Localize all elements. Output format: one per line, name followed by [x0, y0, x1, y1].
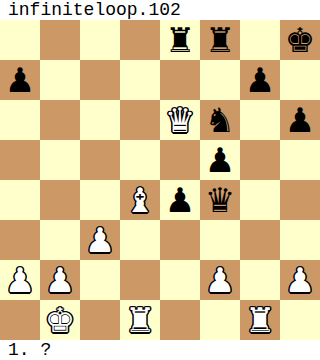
square-g4[interactable] — [240, 180, 280, 220]
square-c1[interactable] — [80, 300, 120, 340]
square-f4[interactable]: ♛ — [200, 180, 240, 220]
chess-puzzle-screen: infiniteloop.102 ♜♜♚♟♟♛♞♟♟♝♟♛♟♟♟♟♟♚♜♜ 1.… — [0, 0, 320, 360]
square-c8[interactable] — [80, 20, 120, 60]
square-c3[interactable]: ♟ — [80, 220, 120, 260]
square-f2[interactable]: ♟ — [200, 260, 240, 300]
white-bishop-d4: ♝ — [125, 180, 155, 220]
square-b6[interactable] — [40, 100, 80, 140]
square-b7[interactable] — [40, 60, 80, 100]
square-h6[interactable]: ♟ — [280, 100, 320, 140]
square-a2[interactable]: ♟ — [0, 260, 40, 300]
square-d6[interactable] — [120, 100, 160, 140]
square-f7[interactable] — [200, 60, 240, 100]
square-d7[interactable] — [120, 60, 160, 100]
square-d3[interactable] — [120, 220, 160, 260]
move-prompt: 1. ? — [0, 340, 320, 360]
white-pawn-a2: ♟ — [5, 260, 35, 300]
black-rook-e8: ♜ — [165, 20, 195, 60]
white-pawn-b2: ♟ — [45, 260, 75, 300]
square-d5[interactable] — [120, 140, 160, 180]
black-pawn-g7: ♟ — [245, 60, 275, 100]
white-queen-e6: ♛ — [165, 100, 195, 140]
square-h2[interactable]: ♟ — [280, 260, 320, 300]
square-h7[interactable] — [280, 60, 320, 100]
square-a7[interactable]: ♟ — [0, 60, 40, 100]
square-f1[interactable] — [200, 300, 240, 340]
square-e8[interactable]: ♜ — [160, 20, 200, 60]
black-pawn-e4: ♟ — [165, 180, 195, 220]
square-d1[interactable]: ♜ — [120, 300, 160, 340]
black-pawn-h6: ♟ — [285, 100, 315, 140]
square-e1[interactable] — [160, 300, 200, 340]
square-f3[interactable] — [200, 220, 240, 260]
square-f5[interactable]: ♟ — [200, 140, 240, 180]
square-g2[interactable] — [240, 260, 280, 300]
white-king-b1: ♚ — [45, 300, 75, 340]
square-e6[interactable]: ♛ — [160, 100, 200, 140]
square-h3[interactable] — [280, 220, 320, 260]
square-c4[interactable] — [80, 180, 120, 220]
black-rook-f8: ♜ — [205, 20, 235, 60]
square-a3[interactable] — [0, 220, 40, 260]
black-pawn-f5: ♟ — [205, 140, 235, 180]
square-d2[interactable] — [120, 260, 160, 300]
white-pawn-f2: ♟ — [205, 260, 235, 300]
square-c7[interactable] — [80, 60, 120, 100]
square-b2[interactable]: ♟ — [40, 260, 80, 300]
square-g5[interactable] — [240, 140, 280, 180]
square-a6[interactable] — [0, 100, 40, 140]
black-knight-f6: ♞ — [205, 100, 235, 140]
square-a1[interactable] — [0, 300, 40, 340]
white-rook-g1: ♜ — [245, 300, 275, 340]
black-queen-f4: ♛ — [205, 180, 235, 220]
square-h4[interactable] — [280, 180, 320, 220]
square-e3[interactable] — [160, 220, 200, 260]
square-f8[interactable]: ♜ — [200, 20, 240, 60]
white-rook-d1: ♜ — [125, 300, 155, 340]
square-e5[interactable] — [160, 140, 200, 180]
square-a8[interactable] — [0, 20, 40, 60]
square-g3[interactable] — [240, 220, 280, 260]
puzzle-title: infiniteloop.102 — [0, 0, 320, 20]
square-b5[interactable] — [40, 140, 80, 180]
white-pawn-c3: ♟ — [85, 220, 115, 260]
square-h5[interactable] — [280, 140, 320, 180]
square-g6[interactable] — [240, 100, 280, 140]
square-b8[interactable] — [40, 20, 80, 60]
square-c5[interactable] — [80, 140, 120, 180]
square-e7[interactable] — [160, 60, 200, 100]
white-pawn-h2: ♟ — [285, 260, 315, 300]
square-h8[interactable]: ♚ — [280, 20, 320, 60]
square-h1[interactable] — [280, 300, 320, 340]
square-f6[interactable]: ♞ — [200, 100, 240, 140]
square-g7[interactable]: ♟ — [240, 60, 280, 100]
square-d8[interactable] — [120, 20, 160, 60]
square-b1[interactable]: ♚ — [40, 300, 80, 340]
square-g8[interactable] — [240, 20, 280, 60]
square-e2[interactable] — [160, 260, 200, 300]
square-c2[interactable] — [80, 260, 120, 300]
square-a5[interactable] — [0, 140, 40, 180]
square-e4[interactable]: ♟ — [160, 180, 200, 220]
black-pawn-a7: ♟ — [5, 60, 35, 100]
square-g1[interactable]: ♜ — [240, 300, 280, 340]
square-b4[interactable] — [40, 180, 80, 220]
chess-board: ♜♜♚♟♟♛♞♟♟♝♟♛♟♟♟♟♟♚♜♜ — [0, 20, 320, 340]
square-c6[interactable] — [80, 100, 120, 140]
square-d4[interactable]: ♝ — [120, 180, 160, 220]
black-king-h8: ♚ — [285, 20, 315, 60]
square-b3[interactable] — [40, 220, 80, 260]
square-a4[interactable] — [0, 180, 40, 220]
